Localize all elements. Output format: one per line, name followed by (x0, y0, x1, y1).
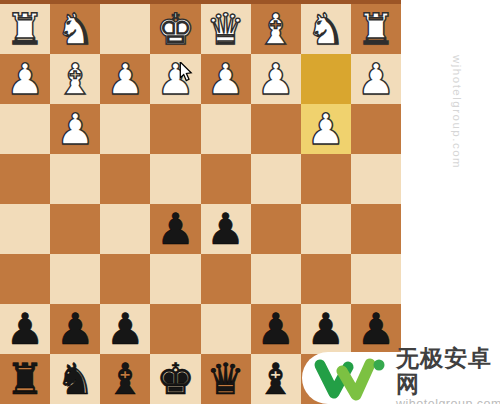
square-d6[interactable] (201, 254, 251, 304)
square-c8[interactable]: ♝ (251, 354, 301, 404)
square-d5[interactable]: ♟ (201, 204, 251, 254)
white-pawn-h2[interactable]: ♟ (0, 54, 50, 104)
square-b4[interactable] (301, 154, 351, 204)
watermark-badge: 无极安卓网 wjhotelgroup.com (302, 352, 500, 404)
wuji-logo-icon (312, 355, 390, 401)
square-c3[interactable] (251, 104, 301, 154)
square-e8[interactable]: ♚ (150, 354, 200, 404)
square-c1[interactable]: ♝ (251, 4, 301, 54)
black-bishop-f8[interactable]: ♝ (100, 354, 150, 404)
square-e7[interactable] (150, 304, 200, 354)
square-a5[interactable] (351, 204, 401, 254)
screenshot-stage: ♜♞♚♛♝♞♜♟♝♟♟♟♟♟♟♟♟♟♟♟♟♟♟♟♜♞♝♚♛♝♞♜ wjhotel… (0, 0, 500, 404)
white-pawn-g3[interactable]: ♟ (50, 104, 100, 154)
square-b3[interactable]: ♟ (301, 104, 351, 154)
square-d7[interactable] (201, 304, 251, 354)
square-d3[interactable] (201, 104, 251, 154)
black-queen-d8[interactable]: ♛ (201, 354, 251, 404)
square-f3[interactable] (100, 104, 150, 154)
square-g1[interactable]: ♞ (50, 4, 100, 54)
black-knight-g8[interactable]: ♞ (50, 354, 100, 404)
square-h3[interactable] (0, 104, 50, 154)
square-h4[interactable] (0, 154, 50, 204)
board-grid: ♜♞♚♛♝♞♜♟♝♟♟♟♟♟♟♟♟♟♟♟♟♟♟♟♜♞♝♚♛♝♞♜ (0, 4, 401, 404)
square-a3[interactable] (351, 104, 401, 154)
square-b1[interactable]: ♞ (301, 4, 351, 54)
watermark-site-url: wjhotelgroup.com (396, 397, 500, 404)
mouse-cursor-icon (178, 62, 194, 82)
square-g7[interactable]: ♟ (50, 304, 100, 354)
black-king-e8[interactable]: ♚ (150, 354, 200, 404)
square-h5[interactable] (0, 204, 50, 254)
square-f6[interactable] (100, 254, 150, 304)
square-b6[interactable] (301, 254, 351, 304)
white-pawn-b3[interactable]: ♟ (301, 104, 351, 154)
square-g8[interactable]: ♞ (50, 354, 100, 404)
square-d4[interactable] (201, 154, 251, 204)
square-e1[interactable]: ♚ (150, 4, 200, 54)
black-rook-h8[interactable]: ♜ (0, 354, 50, 404)
white-knight-b1[interactable]: ♞ (301, 4, 351, 54)
white-king-e1[interactable]: ♚ (150, 4, 200, 54)
white-queen-d1[interactable]: ♛ (201, 4, 251, 54)
square-g6[interactable] (50, 254, 100, 304)
square-a6[interactable] (351, 254, 401, 304)
white-pawn-a2[interactable]: ♟ (351, 54, 401, 104)
square-h2[interactable]: ♟ (0, 54, 50, 104)
black-pawn-b7[interactable]: ♟ (301, 304, 351, 354)
square-g4[interactable] (50, 154, 100, 204)
square-h7[interactable]: ♟ (0, 304, 50, 354)
square-f7[interactable]: ♟ (100, 304, 150, 354)
black-pawn-g7[interactable]: ♟ (50, 304, 100, 354)
square-g3[interactable]: ♟ (50, 104, 100, 154)
white-bishop-g2[interactable]: ♝ (50, 54, 100, 104)
square-c4[interactable] (251, 154, 301, 204)
square-c6[interactable] (251, 254, 301, 304)
square-f1[interactable] (100, 4, 150, 54)
square-a4[interactable] (351, 154, 401, 204)
square-e3[interactable] (150, 104, 200, 154)
square-g5[interactable] (50, 204, 100, 254)
square-d8[interactable]: ♛ (201, 354, 251, 404)
square-a1[interactable]: ♜ (351, 4, 401, 54)
square-f5[interactable] (100, 204, 150, 254)
white-knight-g1[interactable]: ♞ (50, 4, 100, 54)
black-bishop-c8[interactable]: ♝ (251, 354, 301, 404)
white-bishop-c1[interactable]: ♝ (251, 4, 301, 54)
square-f8[interactable]: ♝ (100, 354, 150, 404)
square-d1[interactable]: ♛ (201, 4, 251, 54)
side-watermark-text: wjhotelgroup.com (451, 55, 463, 169)
square-h8[interactable]: ♜ (0, 354, 50, 404)
white-pawn-d2[interactable]: ♟ (201, 54, 251, 104)
square-e5[interactable]: ♟ (150, 204, 200, 254)
square-f4[interactable] (100, 154, 150, 204)
white-pawn-f2[interactable]: ♟ (100, 54, 150, 104)
black-pawn-h7[interactable]: ♟ (0, 304, 50, 354)
square-a2[interactable]: ♟ (351, 54, 401, 104)
square-h6[interactable] (0, 254, 50, 304)
square-c7[interactable]: ♟ (251, 304, 301, 354)
square-b7[interactable]: ♟ (301, 304, 351, 354)
square-b5[interactable] (301, 204, 351, 254)
square-g2[interactable]: ♝ (50, 54, 100, 104)
square-d2[interactable]: ♟ (201, 54, 251, 104)
square-h1[interactable]: ♜ (0, 4, 50, 54)
white-rook-h1[interactable]: ♜ (0, 4, 50, 54)
square-c5[interactable] (251, 204, 301, 254)
watermark-texts: 无极安卓网 wjhotelgroup.com (396, 345, 500, 404)
chess-board: ♜♞♚♛♝♞♜♟♝♟♟♟♟♟♟♟♟♟♟♟♟♟♟♟♜♞♝♚♛♝♞♜ (0, 0, 401, 404)
black-pawn-e5[interactable]: ♟ (150, 204, 200, 254)
black-pawn-f7[interactable]: ♟ (100, 304, 150, 354)
black-pawn-c7[interactable]: ♟ (251, 304, 301, 354)
white-pawn-c2[interactable]: ♟ (251, 54, 301, 104)
square-e4[interactable] (150, 154, 200, 204)
black-pawn-d5[interactable]: ♟ (201, 204, 251, 254)
white-rook-a1[interactable]: ♜ (351, 4, 401, 54)
square-f2[interactable]: ♟ (100, 54, 150, 104)
square-e6[interactable] (150, 254, 200, 304)
square-a7[interactable]: ♟ (351, 304, 401, 354)
square-b2[interactable] (301, 54, 351, 104)
black-pawn-a7[interactable]: ♟ (351, 304, 401, 354)
watermark-site-name: 无极安卓网 (396, 345, 500, 397)
square-c2[interactable]: ♟ (251, 54, 301, 104)
